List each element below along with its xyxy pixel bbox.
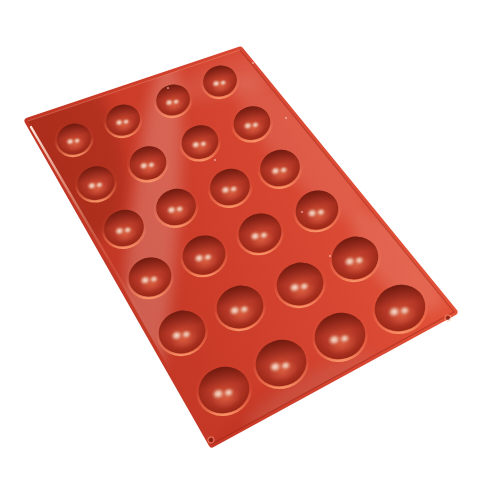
dust-speck xyxy=(301,211,303,213)
dust-speck xyxy=(285,117,287,119)
dust-speck xyxy=(252,62,254,64)
silicone-hemisphere-mold-photo xyxy=(0,0,480,480)
product-photo-scene xyxy=(0,0,480,480)
dust-speck xyxy=(167,87,169,89)
dust-speck xyxy=(329,255,331,257)
dust-speck xyxy=(214,159,216,161)
